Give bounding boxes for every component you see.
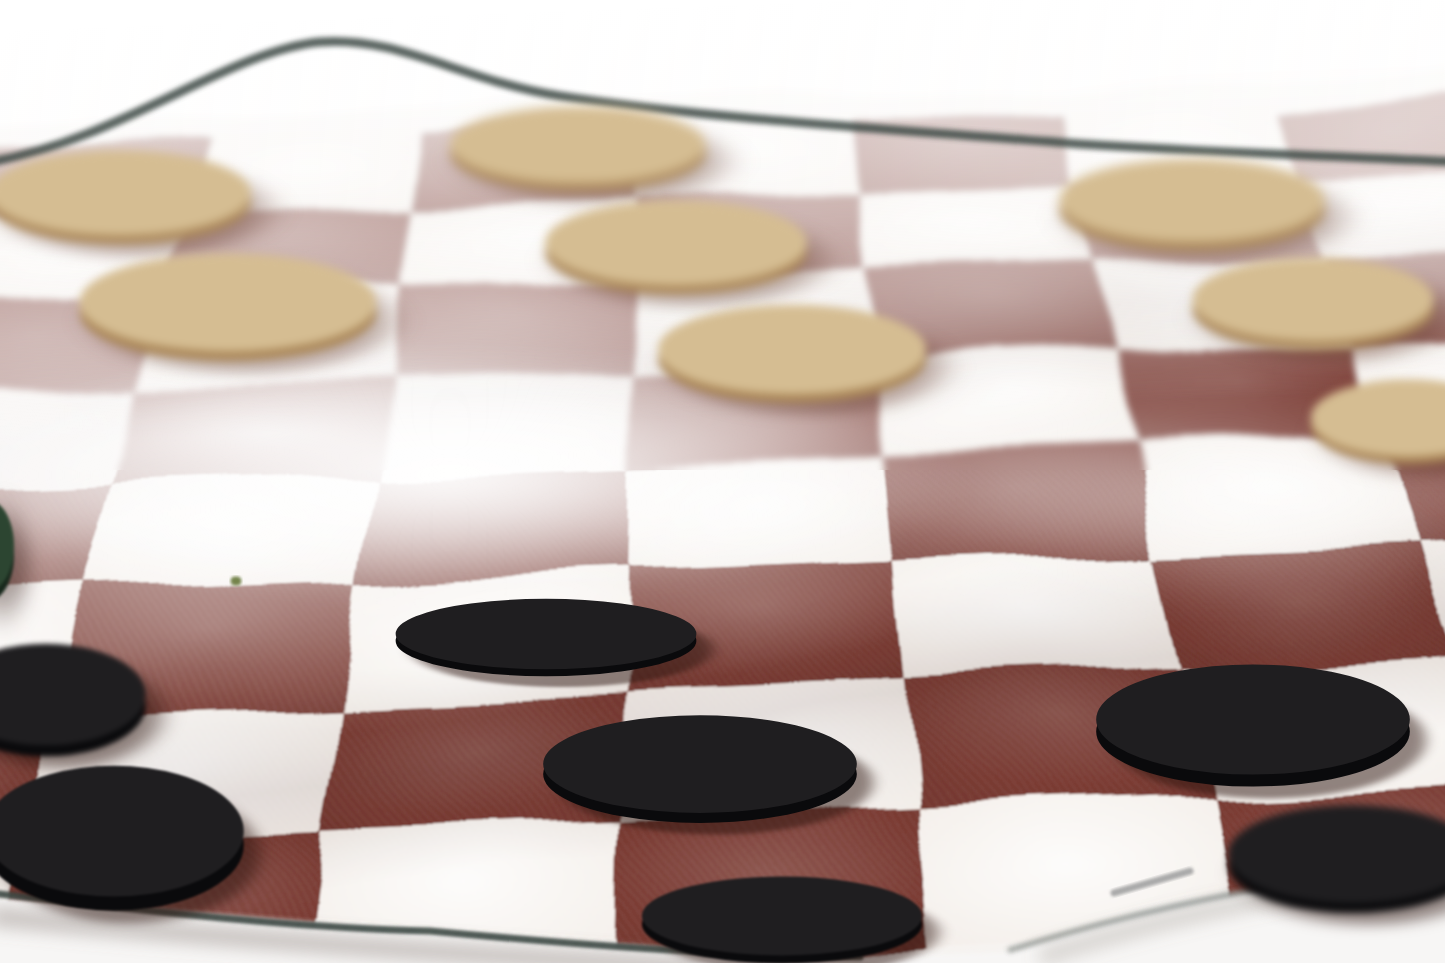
checker-glyph: ●	[1102, 688, 1404, 725]
pieces-layer: ●●●●●●●●●●●●●●●●●●●●●●●●●●●●●●●●●●●●●●●●…	[0, 0, 1445, 963]
checker-glyph: ●	[85, 276, 371, 307]
checker-glyph: ●	[0, 459, 13, 609]
photo-scene: ●●●●●●●●●●●●●●●●●●●●●●●●●●●●●●●●●●●●●●●●…	[0, 0, 1445, 963]
piece-green-16[interactable]: ●●●	[0, 489, 13, 579]
checker-glyph: ●	[401, 618, 691, 634]
piece-black-13[interactable]: ●●●	[647, 869, 917, 945]
checker-glyph: ●	[0, 170, 246, 197]
piece-cream-6[interactable]: ●●●	[1064, 151, 1320, 231]
piece-black-11[interactable]: ●●●	[401, 592, 691, 660]
piece-cream-2[interactable]: ●●●	[85, 244, 371, 338]
checker-glyph: ●	[1064, 178, 1320, 203]
piece-cream-1[interactable]: ●●●	[0, 142, 246, 224]
piece-black-10[interactable]: ●●●	[0, 753, 239, 879]
checker-glyph: ●	[663, 325, 921, 354]
piece-cream-7[interactable]: ●●●	[1197, 250, 1429, 330]
checker-glyph: ●	[1233, 824, 1445, 861]
checker-glyph: ●	[550, 220, 802, 247]
piece-cream-4[interactable]: ●●●	[550, 192, 802, 274]
checker-glyph: ●	[455, 125, 701, 147]
piece-cream-3[interactable]: ●●●	[455, 99, 701, 173]
checker-glyph: ●	[647, 896, 917, 917]
checker-glyph: ●	[0, 658, 142, 708]
checker-glyph: ●	[0, 784, 239, 848]
piece-cream-5[interactable]: ●●●	[663, 296, 921, 382]
checker-glyph: ●	[1197, 276, 1429, 304]
piece-black-15[interactable]: ●●●	[1233, 796, 1445, 890]
checker-glyph: ●	[549, 738, 851, 767]
piece-cream-8[interactable]: ●●●	[1315, 372, 1445, 446]
piece-black-14[interactable]: ●●●	[1102, 654, 1404, 760]
checker-glyph: ●	[1315, 394, 1445, 423]
piece-black-12[interactable]: ●●●	[549, 706, 851, 800]
